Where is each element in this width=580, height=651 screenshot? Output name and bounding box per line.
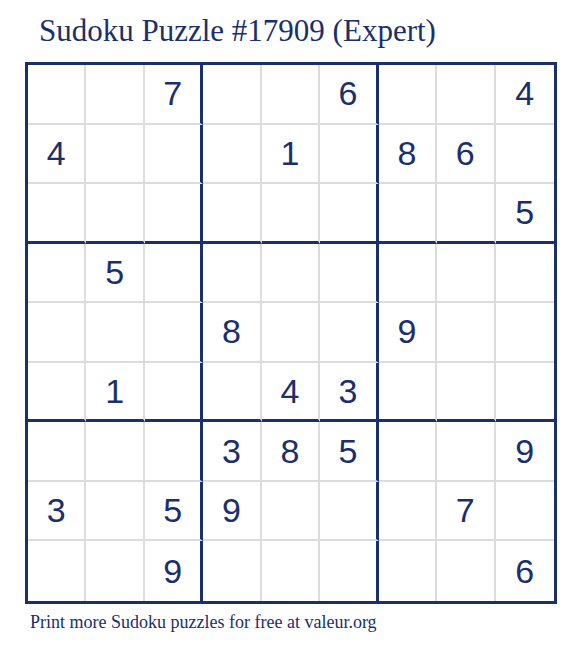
sudoku-cell-r2c4 xyxy=(203,125,261,185)
sudoku-cell-r5c1 xyxy=(28,303,86,363)
sudoku-cell-r4c4 xyxy=(203,244,261,304)
sudoku-cell-r2c6 xyxy=(320,125,378,185)
sudoku-cell-r9c5 xyxy=(262,541,320,601)
sudoku-cell-r3c7 xyxy=(379,184,437,244)
sudoku-cell-r9c1 xyxy=(28,541,86,601)
sudoku-cell-r4c6 xyxy=(320,244,378,304)
sudoku-cell-r2c8: 6 xyxy=(437,125,495,185)
sudoku-cell-r5c3 xyxy=(145,303,203,363)
sudoku-cell-r7c4: 3 xyxy=(203,422,261,482)
sudoku-cell-r7c8 xyxy=(437,422,495,482)
sudoku-cell-r2c2 xyxy=(86,125,144,185)
sudoku-cell-r8c7 xyxy=(379,482,437,542)
sudoku-grid: 764418655891433859359796 xyxy=(25,62,557,604)
sudoku-cell-r5c7: 9 xyxy=(379,303,437,363)
sudoku-cell-r8c8: 7 xyxy=(437,482,495,542)
sudoku-cell-r5c4: 8 xyxy=(203,303,261,363)
sudoku-cell-r3c5 xyxy=(262,184,320,244)
sudoku-cell-r2c3 xyxy=(145,125,203,185)
sudoku-cell-r7c6: 5 xyxy=(320,422,378,482)
footer-text: Print more Sudoku puzzles for free at va… xyxy=(30,612,377,633)
sudoku-cell-r4c3 xyxy=(145,244,203,304)
sudoku-cell-r6c9 xyxy=(496,363,554,423)
sudoku-cell-r8c2 xyxy=(86,482,144,542)
sudoku-cell-r6c7 xyxy=(379,363,437,423)
sudoku-cell-r8c1: 3 xyxy=(28,482,86,542)
sudoku-cell-r3c6 xyxy=(320,184,378,244)
sudoku-cell-r6c4 xyxy=(203,363,261,423)
sudoku-cell-r1c7 xyxy=(379,65,437,125)
sudoku-cell-r3c1 xyxy=(28,184,86,244)
sudoku-cell-r8c9 xyxy=(496,482,554,542)
sudoku-cell-r4c5 xyxy=(262,244,320,304)
sudoku-cell-r3c4 xyxy=(203,184,261,244)
sudoku-cell-r6c8 xyxy=(437,363,495,423)
sudoku-cell-r1c1 xyxy=(28,65,86,125)
sudoku-cell-r8c4: 9 xyxy=(203,482,261,542)
sudoku-cell-r2c5: 1 xyxy=(262,125,320,185)
sudoku-cell-r8c6 xyxy=(320,482,378,542)
sudoku-cell-r7c2 xyxy=(86,422,144,482)
sudoku-cell-r4c9 xyxy=(496,244,554,304)
sudoku-cell-r5c8 xyxy=(437,303,495,363)
sudoku-cell-r4c7 xyxy=(379,244,437,304)
sudoku-cell-r8c5 xyxy=(262,482,320,542)
sudoku-cell-r1c4 xyxy=(203,65,261,125)
sudoku-cell-r4c2: 5 xyxy=(86,244,144,304)
sudoku-cell-r9c8 xyxy=(437,541,495,601)
sudoku-cell-r3c8 xyxy=(437,184,495,244)
page-title: Sudoku Puzzle #17909 (Expert) xyxy=(39,14,436,48)
sudoku-cell-r7c1 xyxy=(28,422,86,482)
sudoku-cell-r4c1 xyxy=(28,244,86,304)
sudoku-cell-r1c5 xyxy=(262,65,320,125)
sudoku-cell-r1c6: 6 xyxy=(320,65,378,125)
sudoku-cell-r1c2 xyxy=(86,65,144,125)
sudoku-cell-r7c3 xyxy=(145,422,203,482)
sudoku-cell-r6c6: 3 xyxy=(320,363,378,423)
sudoku-cell-r3c3 xyxy=(145,184,203,244)
sudoku-cell-r6c5: 4 xyxy=(262,363,320,423)
sudoku-cell-r6c1 xyxy=(28,363,86,423)
sudoku-cell-r7c7 xyxy=(379,422,437,482)
sudoku-cell-r9c7 xyxy=(379,541,437,601)
sudoku-cell-r1c9: 4 xyxy=(496,65,554,125)
sudoku-print-page: Sudoku Puzzle #17909 (Expert) 7644186558… xyxy=(0,0,580,651)
sudoku-cell-r7c9: 9 xyxy=(496,422,554,482)
sudoku-cell-r4c8 xyxy=(437,244,495,304)
sudoku-cell-r5c9 xyxy=(496,303,554,363)
sudoku-cell-r5c6 xyxy=(320,303,378,363)
sudoku-cell-r7c5: 8 xyxy=(262,422,320,482)
sudoku-cell-r9c4 xyxy=(203,541,261,601)
sudoku-cell-r2c7: 8 xyxy=(379,125,437,185)
sudoku-cell-r5c2 xyxy=(86,303,144,363)
sudoku-cell-r6c2: 1 xyxy=(86,363,144,423)
sudoku-cell-r9c9: 6 xyxy=(496,541,554,601)
sudoku-cell-r3c2 xyxy=(86,184,144,244)
sudoku-cell-r9c2 xyxy=(86,541,144,601)
sudoku-cell-r8c3: 5 xyxy=(145,482,203,542)
sudoku-cell-r1c8 xyxy=(437,65,495,125)
sudoku-cell-r9c6 xyxy=(320,541,378,601)
sudoku-cell-r9c3: 9 xyxy=(145,541,203,601)
sudoku-cell-r2c9 xyxy=(496,125,554,185)
sudoku-cell-r3c9: 5 xyxy=(496,184,554,244)
sudoku-cell-r1c3: 7 xyxy=(145,65,203,125)
sudoku-cell-r2c1: 4 xyxy=(28,125,86,185)
sudoku-cell-r6c3 xyxy=(145,363,203,423)
sudoku-cell-r5c5 xyxy=(262,303,320,363)
